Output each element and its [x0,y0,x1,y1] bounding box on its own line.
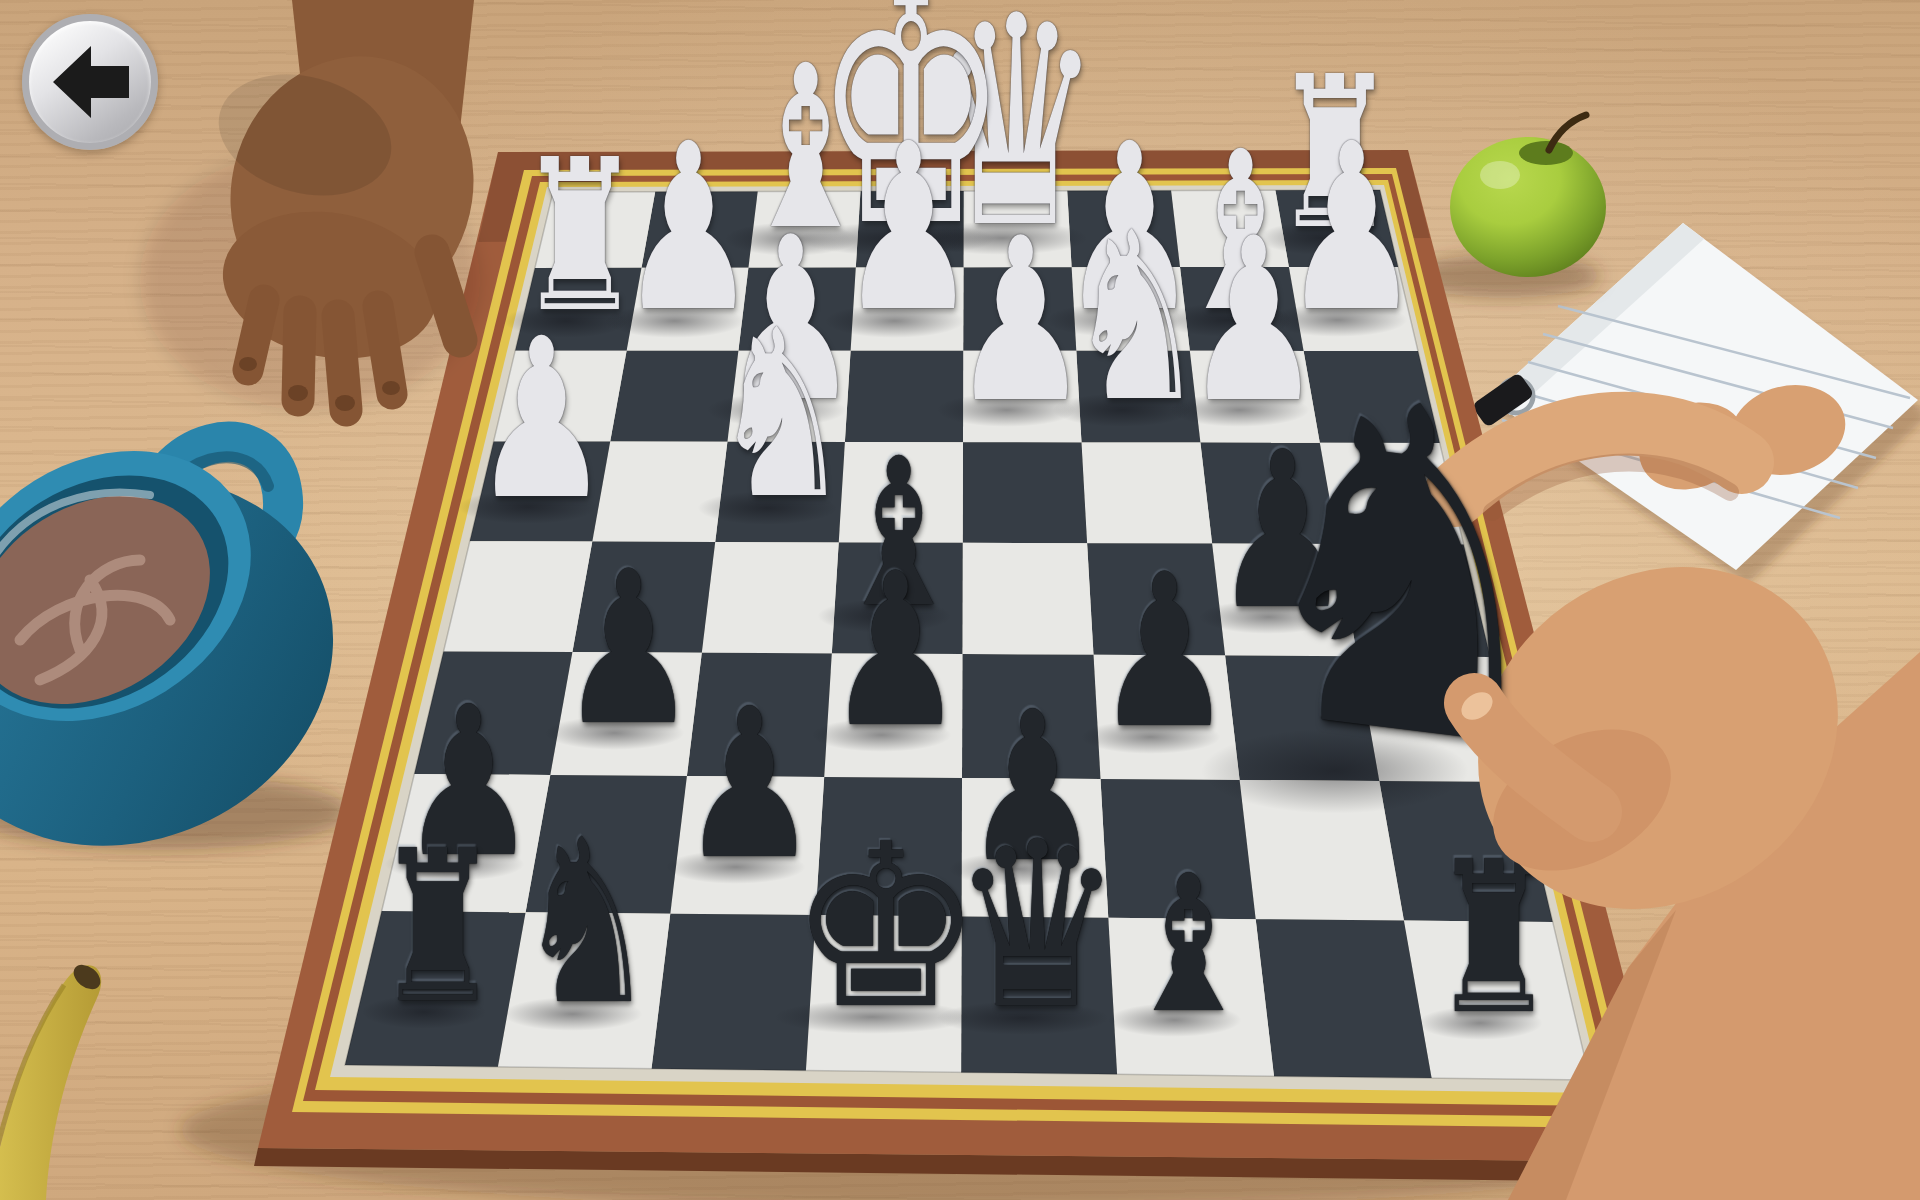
game-scene: ♜♛♚♝♟♝♟♟♟♜♟♞♟♟♞♟♟♝♟♟♟♟♟♟♜♝♛♚♞♜ [0,0,1920,1200]
hands-over [0,0,1920,1200]
